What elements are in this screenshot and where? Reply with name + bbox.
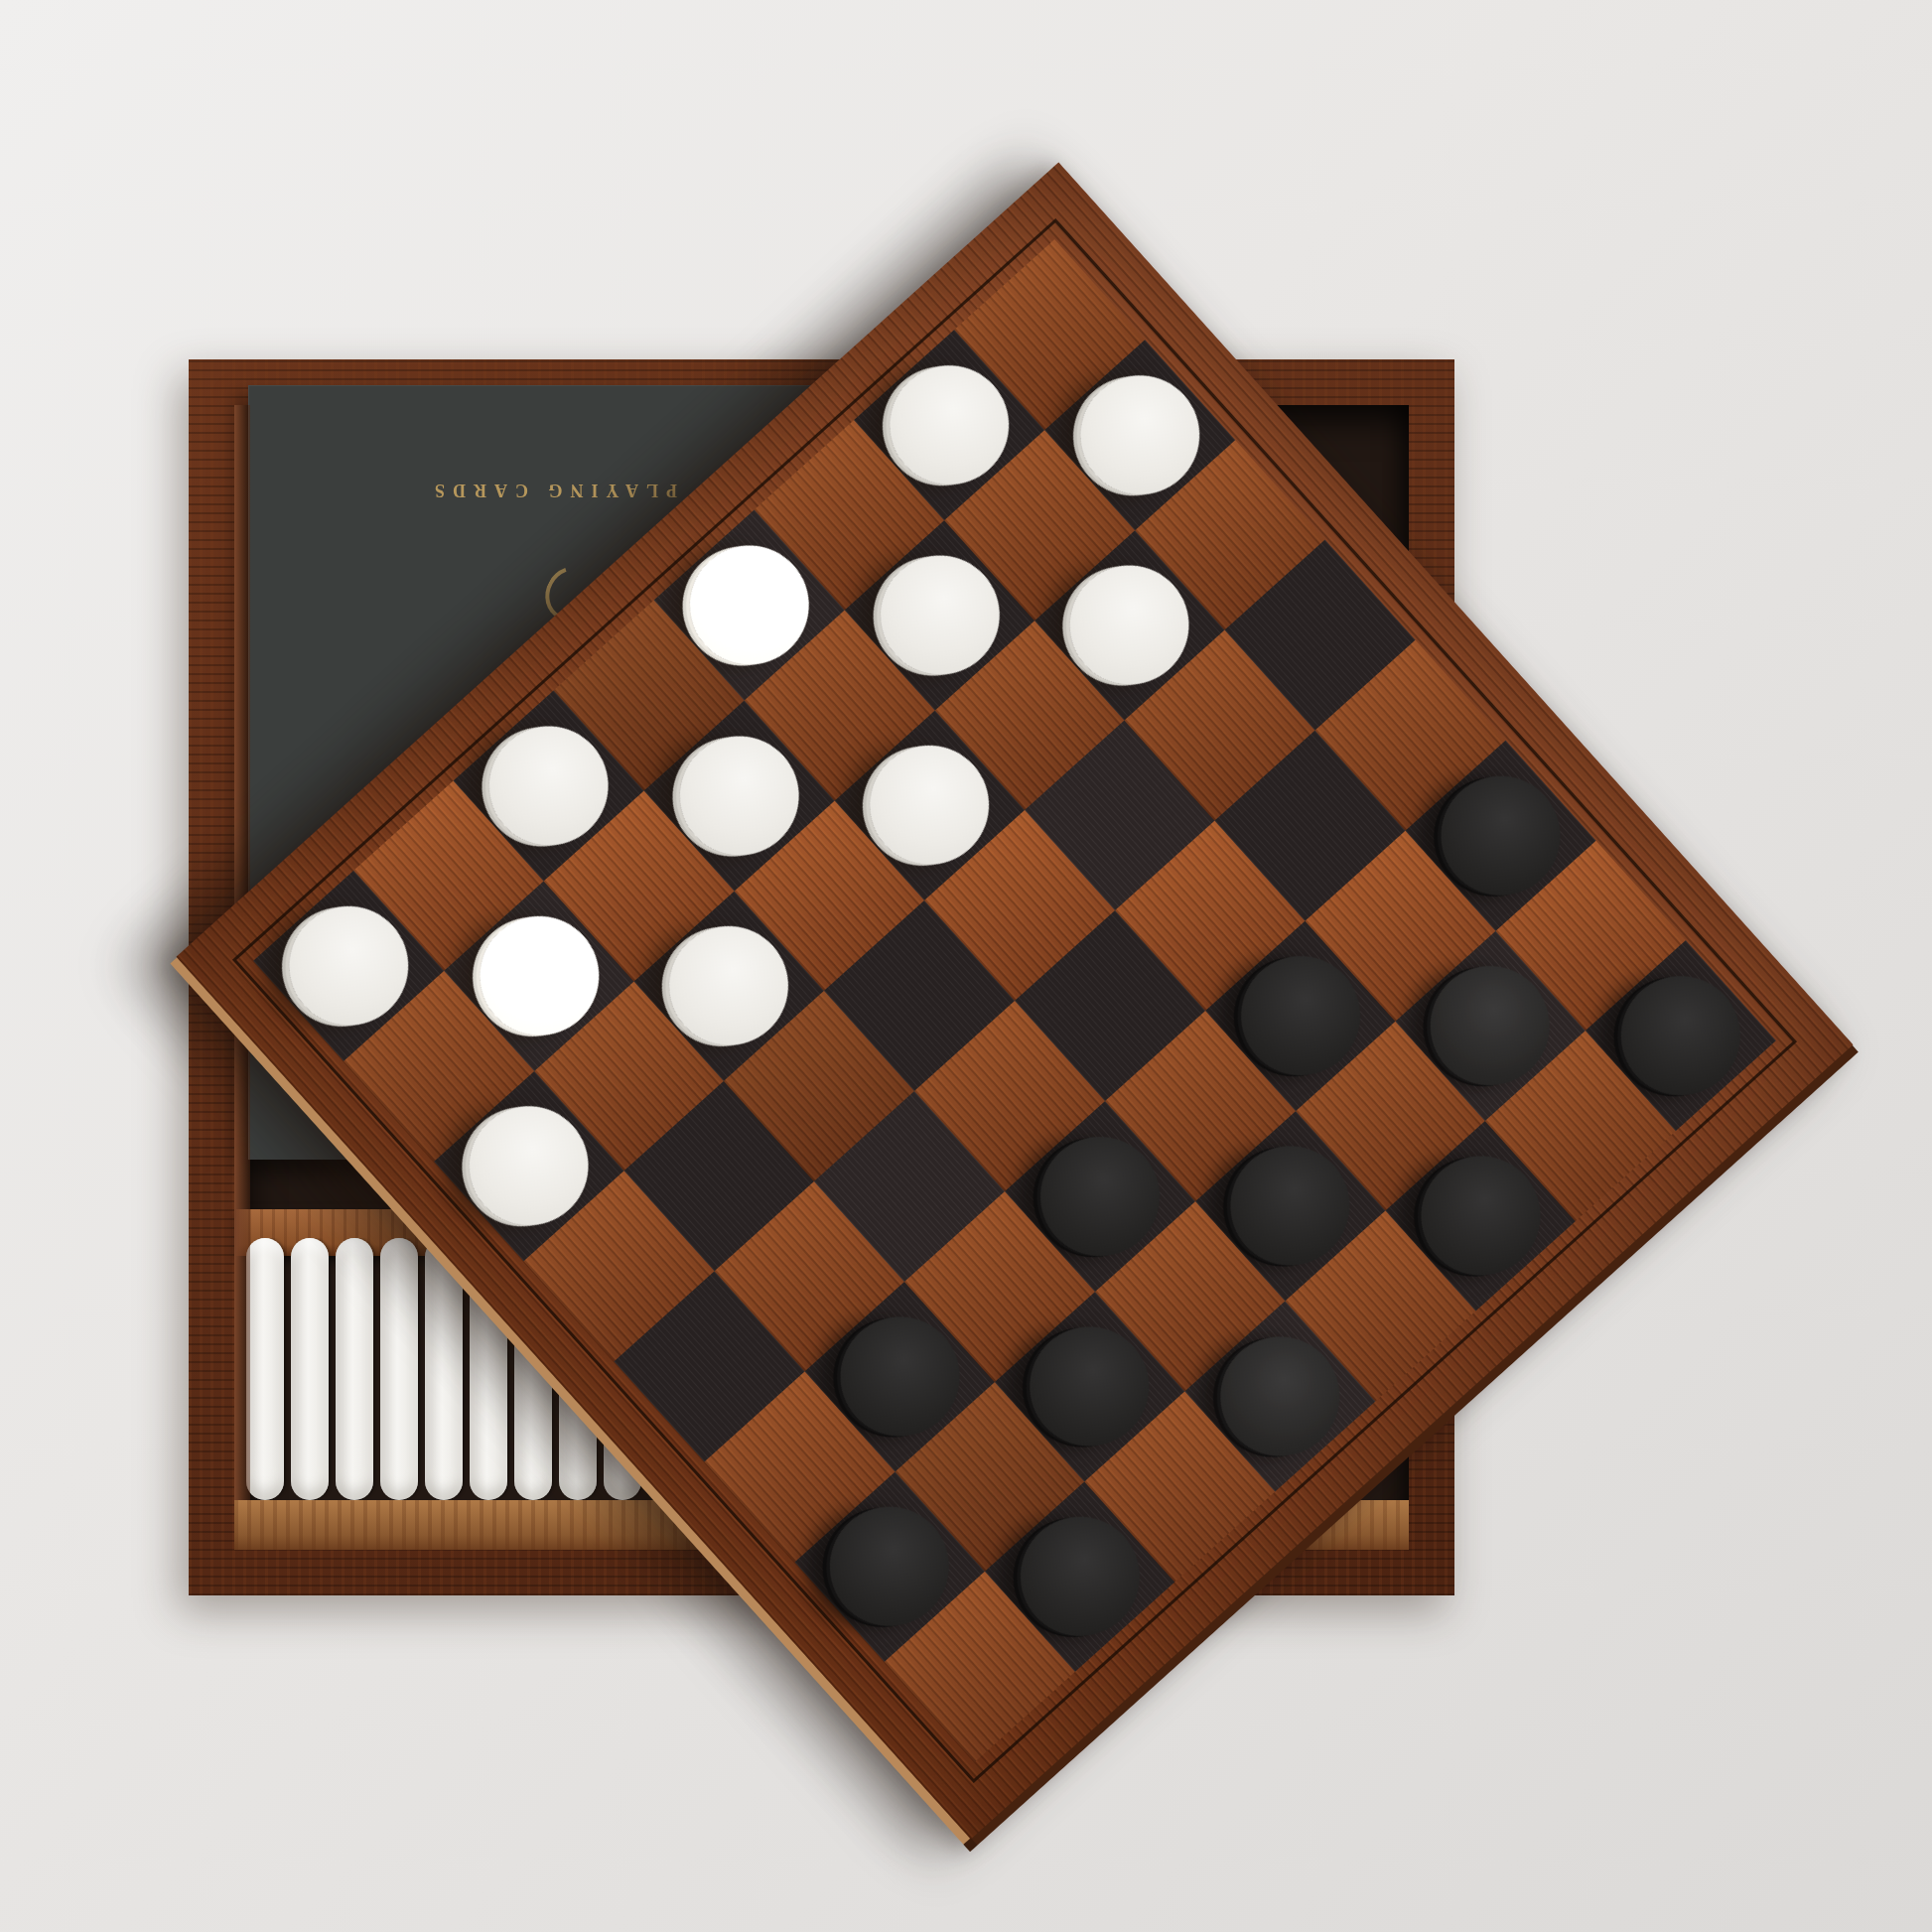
stored-checker-chip xyxy=(291,1238,329,1500)
scene-checkers-set-photo: PLAYING CARDS xyxy=(0,0,1932,1932)
stored-checker-chip xyxy=(336,1238,373,1500)
stored-checker-chip xyxy=(425,1238,463,1500)
playing-cards-label: PLAYING CARDS xyxy=(423,480,681,500)
stored-checker-chip xyxy=(246,1238,284,1500)
stored-checker-chip xyxy=(380,1238,418,1500)
